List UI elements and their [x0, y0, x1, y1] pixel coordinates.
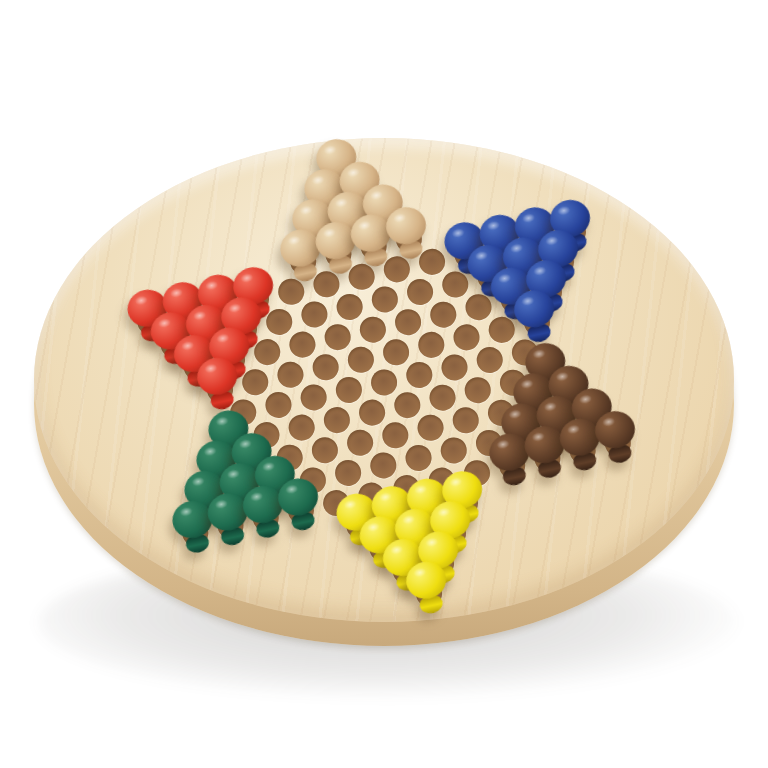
board-cell	[597, 426, 638, 460]
peg-ball	[511, 286, 558, 331]
star-grid	[107, 109, 660, 655]
peg-ball	[382, 203, 429, 248]
board-cell	[280, 493, 321, 527]
board-cell	[408, 576, 449, 610]
scene	[0, 0, 768, 768]
board-row	[408, 576, 449, 610]
board-cell	[516, 305, 557, 339]
peg-ball	[194, 354, 241, 399]
peg-ball	[403, 558, 450, 603]
peg-ball	[275, 474, 322, 519]
peg-ball	[591, 407, 638, 452]
